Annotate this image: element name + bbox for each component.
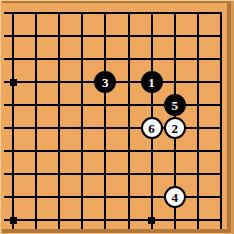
stone-number: 1 xyxy=(148,76,155,89)
stone-white-4: 4 xyxy=(164,186,186,208)
intersection-grid: 123456 xyxy=(1,2,232,232)
stone-black-3: 3 xyxy=(94,71,116,93)
stone-number: 4 xyxy=(171,191,178,204)
stone-number: 3 xyxy=(102,76,109,89)
go-board: 123456 xyxy=(0,0,234,234)
stone-number: 2 xyxy=(171,122,178,135)
stone-number: 6 xyxy=(148,122,155,135)
stone-black-5: 5 xyxy=(164,94,186,116)
stone-white-6: 6 xyxy=(141,117,163,139)
go-diagram: 123456 xyxy=(0,0,234,234)
stone-number: 5 xyxy=(171,99,178,112)
stone-white-2: 2 xyxy=(164,117,186,139)
stone-black-1: 1 xyxy=(141,71,163,93)
